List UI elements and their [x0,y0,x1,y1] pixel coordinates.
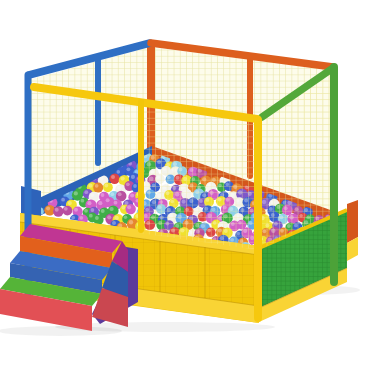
ball-highlight [124,215,128,219]
ball-highlight [61,198,65,202]
ball-highlight [127,205,131,209]
ball-highlight [81,199,85,203]
ball-highlight [74,191,78,195]
ball-highlight [100,177,104,181]
outer-sliver-face [347,200,358,243]
ball-highlight [79,216,83,220]
ball-highlight [101,193,105,197]
ball-highlight [95,184,99,188]
ball-highlight [55,208,59,212]
ball-highlight [111,175,115,179]
ball-highlight [130,193,134,197]
ball [126,204,136,214]
ball-highlight [106,198,110,202]
ball-highlight [101,209,105,213]
ball [63,206,73,216]
ball-highlight [88,184,92,188]
ball [103,182,113,192]
ball-highlight [64,207,68,211]
ball-highlight [84,209,88,213]
ball-highlight [46,207,50,211]
ball-highlight [84,190,88,194]
ball-highlight [131,175,135,179]
ball-highlight [118,192,122,196]
ball [53,206,63,216]
ball-highlight [91,208,95,212]
ball-highlight [110,207,114,211]
ball-highlight [121,177,125,181]
ball-highlight [133,184,137,188]
ball-highlight [112,221,116,225]
ball-highlight [89,214,93,218]
ball-highlight [74,208,78,212]
ball-highlight [104,184,108,188]
ball-pool-photo [0,0,371,371]
ball-highlight [87,201,91,205]
ball [93,183,103,193]
ball-highlight [129,220,133,224]
ball-highlight [110,192,114,196]
ball-highlight [98,201,102,205]
ball-highlight [68,201,72,205]
ball-highlight [126,182,130,186]
ball-highlight [121,206,125,210]
ball-highlight [71,216,75,220]
ball-highlight [95,216,99,220]
ball-pool-scene [0,0,371,371]
ball-highlight [117,186,121,190]
net-panel-front-left [139,99,259,250]
ball-highlight [114,201,118,205]
ball-highlight [107,215,111,219]
ball-highlight [125,201,129,205]
ball-highlight [90,193,94,197]
ball-highlight [114,216,118,220]
ball [109,174,119,184]
ball-highlight [117,170,121,174]
ball-highlight [126,167,130,171]
back-right-outer-sliver [347,200,358,261]
